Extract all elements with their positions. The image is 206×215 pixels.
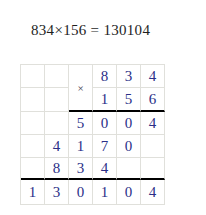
digit-cell-r3c5: 0 bbox=[117, 112, 141, 135]
digit-cell-r2c6: 6 bbox=[141, 88, 165, 112]
digit-cell-r6c1: 1 bbox=[21, 180, 45, 205]
empty-cell-r2c2 bbox=[45, 88, 69, 112]
digit-cell-r6c5: 0 bbox=[117, 180, 141, 205]
empty-cell-r4c6 bbox=[141, 135, 165, 158]
empty-cell-r5c1 bbox=[21, 158, 45, 180]
multiply-sign-cell: × bbox=[69, 65, 93, 112]
digit-cell-r5c4: 4 bbox=[93, 158, 117, 180]
empty-cell-r3c2 bbox=[45, 112, 69, 135]
digit-cell-r6c6: 4 bbox=[141, 180, 165, 205]
empty-cell-r4c1 bbox=[21, 135, 45, 158]
digit-cell-r5c3: 3 bbox=[69, 158, 93, 180]
digit-cell-r2c5: 5 bbox=[117, 88, 141, 112]
digit-cell-r4c5: 0 bbox=[117, 135, 141, 158]
digit-cell-r6c2: 3 bbox=[45, 180, 69, 205]
empty-cell-r1c1 bbox=[21, 65, 45, 88]
digit-cell-r4c2: 4 bbox=[45, 135, 69, 158]
digit-cell-r1c4: 8 bbox=[93, 65, 117, 88]
empty-cell-r2c1 bbox=[21, 88, 45, 112]
digit-cell-r4c4: 7 bbox=[93, 135, 117, 158]
digit-cell-r3c6: 4 bbox=[141, 112, 165, 135]
empty-cell-r1c2 bbox=[45, 65, 69, 88]
digit-cell-r1c5: 3 bbox=[117, 65, 141, 88]
digit-cell-r5c2: 8 bbox=[45, 158, 69, 180]
empty-cell-r5c6 bbox=[141, 158, 165, 180]
digit-cell-r6c3: 0 bbox=[69, 180, 93, 205]
empty-cell-r5c5 bbox=[117, 158, 141, 180]
digit-cell-r3c4: 0 bbox=[93, 112, 117, 135]
digit-cell-r4c3: 1 bbox=[69, 135, 93, 158]
digit-cell-r3c3: 5 bbox=[69, 112, 93, 135]
digit-cell-r6c4: 1 bbox=[93, 180, 117, 205]
digit-cell-r1c6: 4 bbox=[141, 65, 165, 88]
empty-cell-r3c1 bbox=[21, 112, 45, 135]
equation-title: 834×156 = 130104 bbox=[31, 22, 150, 39]
multiplication-worksheet: 834×156 = 130104 ×8341565004417083413010… bbox=[0, 0, 206, 215]
multiplication-grid: ×83415650044170834130104 bbox=[20, 64, 165, 205]
digit-cell-r2c4: 1 bbox=[93, 88, 117, 112]
